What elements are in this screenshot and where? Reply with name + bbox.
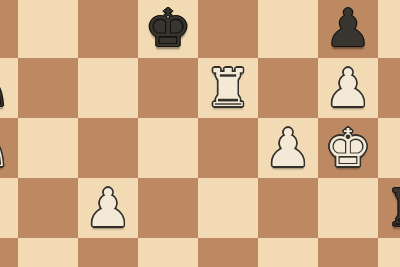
square-e5[interactable] [198,118,258,178]
square-h5[interactable] [378,118,400,178]
square-a7[interactable] [0,0,18,58]
square-g3[interactable] [318,238,378,267]
square-e6[interactable]: ♜ [198,58,258,118]
square-c4[interactable]: ♟ [78,178,138,238]
square-d4[interactable] [138,178,198,238]
square-g5[interactable]: ♚ [318,118,378,178]
piece-black-knight-a6[interactable]: ♞ [0,58,18,118]
square-g6[interactable]: ♟ [318,58,378,118]
square-b5[interactable] [18,118,78,178]
square-a6[interactable]: ♞ [0,58,18,118]
square-b7[interactable] [18,0,78,58]
square-e3[interactable] [198,238,258,267]
square-c6[interactable] [78,58,138,118]
piece-white-knight-a5[interactable]: ♞ [0,118,18,178]
square-h4[interactable]: ♜ [378,178,400,238]
piece-black-king-d7[interactable]: ♚ [138,0,198,58]
square-c5[interactable] [78,118,138,178]
square-b6[interactable] [18,58,78,118]
square-h3[interactable] [378,238,400,267]
piece-black-pawn-g7[interactable]: ♟ [318,0,378,58]
square-b4[interactable] [18,178,78,238]
piece-white-pawn-g6[interactable]: ♟ [318,58,378,118]
chess-board: ♚♟♞♜♟♞♟♚♟♜ [0,0,400,267]
square-f4[interactable] [258,178,318,238]
square-e7[interactable] [198,0,258,58]
square-e4[interactable] [198,178,258,238]
square-h6[interactable] [378,58,400,118]
square-f6[interactable] [258,58,318,118]
square-d6[interactable] [138,58,198,118]
square-c3[interactable] [78,238,138,267]
piece-white-rook-e6[interactable]: ♜ [198,58,258,118]
piece-black-rook-h4[interactable]: ♜ [378,178,400,238]
square-f5[interactable]: ♟ [258,118,318,178]
square-h7[interactable] [378,0,400,58]
square-g4[interactable] [318,178,378,238]
square-a4[interactable] [0,178,18,238]
square-a5[interactable]: ♞ [0,118,18,178]
square-f7[interactable] [258,0,318,58]
piece-white-pawn-c4[interactable]: ♟ [78,178,138,238]
square-f3[interactable] [258,238,318,267]
chess-board-viewport: ♚♟♞♜♟♞♟♚♟♜ [0,0,400,267]
piece-white-pawn-f5[interactable]: ♟ [258,118,318,178]
piece-white-king-g5[interactable]: ♚ [318,118,378,178]
square-d5[interactable] [138,118,198,178]
square-d7[interactable]: ♚ [138,0,198,58]
square-a3[interactable] [0,238,18,267]
square-b3[interactable] [18,238,78,267]
square-d3[interactable] [138,238,198,267]
square-c7[interactable] [78,0,138,58]
square-g7[interactable]: ♟ [318,0,378,58]
